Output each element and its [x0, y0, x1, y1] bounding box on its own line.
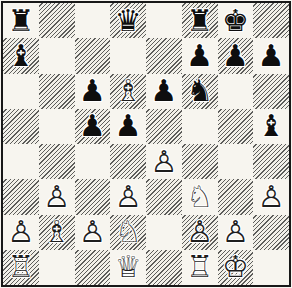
square-h3[interactable]: ♙: [253, 179, 289, 214]
square-a1[interactable]: ♖: [3, 250, 39, 285]
square-a8[interactable]: ♜: [3, 3, 39, 38]
square-f2[interactable]: ♙: [182, 215, 218, 250]
square-h4[interactable]: [253, 144, 289, 179]
chess-diagram: ♜♛♜♚♝♟♟♟♟♗♟♞♟♟♝♙♙♙♘♙♙♗♙♘♙♙♖♕♖♔: [0, 0, 292, 288]
square-g8[interactable]: ♚: [218, 3, 254, 38]
square-c4[interactable]: [75, 144, 111, 179]
square-b6[interactable]: [39, 74, 75, 109]
square-f8[interactable]: ♜: [182, 3, 218, 38]
square-e3[interactable]: [146, 179, 182, 214]
square-e1[interactable]: [146, 250, 182, 285]
black-pawn-g7: ♟: [222, 41, 249, 71]
square-d6[interactable]: ♗: [110, 74, 146, 109]
square-b4[interactable]: [39, 144, 75, 179]
square-c8[interactable]: [75, 3, 111, 38]
square-h1[interactable]: [253, 250, 289, 285]
white-bishop-d6: ♗: [115, 76, 142, 106]
white-pawn-a2: ♙: [7, 217, 34, 247]
black-rook-f8: ♜: [186, 6, 213, 36]
square-h6[interactable]: [253, 74, 289, 109]
square-g1[interactable]: ♔: [218, 250, 254, 285]
square-b2[interactable]: ♗: [39, 215, 75, 250]
square-b5[interactable]: [39, 109, 75, 144]
white-pawn-f2: ♙: [186, 217, 213, 247]
square-e6[interactable]: ♟: [146, 74, 182, 109]
square-f3[interactable]: ♘: [182, 179, 218, 214]
black-pawn-d5: ♟: [115, 111, 142, 141]
black-rook-a8: ♜: [7, 6, 34, 36]
square-a5[interactable]: [3, 109, 39, 144]
square-h2[interactable]: [253, 215, 289, 250]
square-g5[interactable]: [218, 109, 254, 144]
square-c1[interactable]: [75, 250, 111, 285]
white-pawn-g2: ♙: [222, 217, 249, 247]
square-c6[interactable]: ♟: [75, 74, 111, 109]
square-c5[interactable]: ♟: [75, 109, 111, 144]
black-king-g8: ♚: [222, 6, 249, 36]
square-c3[interactable]: [75, 179, 111, 214]
square-g4[interactable]: [218, 144, 254, 179]
square-b7[interactable]: [39, 38, 75, 73]
square-h7[interactable]: ♟: [253, 38, 289, 73]
square-g6[interactable]: [218, 74, 254, 109]
black-bishop-h5: ♝: [258, 111, 285, 141]
square-f7[interactable]: ♟: [182, 38, 218, 73]
square-f4[interactable]: [182, 144, 218, 179]
square-d8[interactable]: ♛: [110, 3, 146, 38]
white-knight-d2: ♘: [115, 217, 142, 247]
square-b8[interactable]: [39, 3, 75, 38]
square-g3[interactable]: [218, 179, 254, 214]
black-knight-f6: ♞: [186, 76, 213, 106]
square-h5[interactable]: ♝: [253, 109, 289, 144]
square-e8[interactable]: [146, 3, 182, 38]
white-rook-f1: ♖: [186, 252, 213, 282]
black-pawn-c5: ♟: [79, 111, 106, 141]
white-pawn-b3: ♙: [43, 182, 70, 212]
square-a6[interactable]: [3, 74, 39, 109]
square-d7[interactable]: [110, 38, 146, 73]
square-d5[interactable]: ♟: [110, 109, 146, 144]
white-pawn-e4: ♙: [150, 147, 177, 177]
square-f1[interactable]: ♖: [182, 250, 218, 285]
square-b3[interactable]: ♙: [39, 179, 75, 214]
white-knight-f3: ♘: [186, 182, 213, 212]
white-queen-d1: ♕: [115, 252, 142, 282]
square-g2[interactable]: ♙: [218, 215, 254, 250]
square-a7[interactable]: ♝: [3, 38, 39, 73]
square-a3[interactable]: [3, 179, 39, 214]
square-d3[interactable]: ♙: [110, 179, 146, 214]
square-e2[interactable]: [146, 215, 182, 250]
square-f5[interactable]: [182, 109, 218, 144]
square-c7[interactable]: [75, 38, 111, 73]
square-a4[interactable]: [3, 144, 39, 179]
square-h8[interactable]: [253, 3, 289, 38]
square-b1[interactable]: [39, 250, 75, 285]
square-d1[interactable]: ♕: [110, 250, 146, 285]
white-pawn-d3: ♙: [115, 182, 142, 212]
white-bishop-b2: ♗: [43, 217, 70, 247]
square-e5[interactable]: [146, 109, 182, 144]
square-c2[interactable]: ♙: [75, 215, 111, 250]
black-pawn-e6: ♟: [150, 76, 177, 106]
white-king-g1: ♔: [222, 252, 249, 282]
square-d2[interactable]: ♘: [110, 215, 146, 250]
square-e4[interactable]: ♙: [146, 144, 182, 179]
square-f6[interactable]: ♞: [182, 74, 218, 109]
white-pawn-h3: ♙: [258, 182, 285, 212]
square-g7[interactable]: ♟: [218, 38, 254, 73]
black-pawn-h7: ♟: [258, 41, 285, 71]
white-rook-a1: ♖: [7, 252, 34, 282]
square-d4[interactable]: [110, 144, 146, 179]
black-pawn-f7: ♟: [186, 41, 213, 71]
square-a2[interactable]: ♙: [3, 215, 39, 250]
black-bishop-a7: ♝: [7, 41, 34, 71]
black-pawn-c6: ♟: [79, 76, 106, 106]
square-e7[interactable]: [146, 38, 182, 73]
white-pawn-c2: ♙: [79, 217, 106, 247]
black-queen-d8: ♛: [115, 6, 142, 36]
chess-board: ♜♛♜♚♝♟♟♟♟♗♟♞♟♟♝♙♙♙♘♙♙♗♙♘♙♙♖♕♖♔: [1, 1, 291, 287]
